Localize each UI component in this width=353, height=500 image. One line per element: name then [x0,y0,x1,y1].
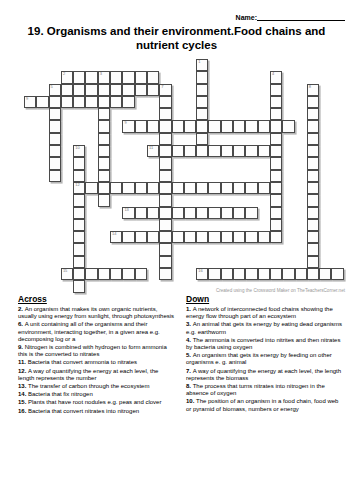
grid-cell[interactable] [49,157,61,169]
grid-cell[interactable] [172,182,184,194]
grid-cell[interactable] [221,268,233,280]
grid-cell[interactable] [110,268,122,280]
clue-number: 4 [272,72,274,76]
grid-cell[interactable] [159,256,171,268]
grid-cell[interactable] [122,71,134,83]
grid-cell[interactable]: 16 [196,268,208,280]
grid-cell[interactable]: 9 [24,96,36,108]
grid-cell[interactable] [73,207,85,219]
grid-cell[interactable] [270,182,282,194]
clue-item: 15. Plants that have root nodules e.g. p… [18,399,176,406]
grid-cell[interactable] [135,71,147,83]
grid-cell[interactable] [233,120,245,132]
clue-number: 13 [124,208,128,212]
grid-cell[interactable] [221,120,233,132]
grid-cell[interactable] [110,84,122,96]
grid-cell[interactable] [196,207,208,219]
grid-cell[interactable] [135,182,147,194]
clue-item: 16. Bacteria that convert nitrates into … [18,408,176,415]
grid-cell[interactable] [196,182,208,194]
grid-cell[interactable]: 8 [307,84,319,96]
grid-cell[interactable] [184,182,196,194]
grid-cell[interactable] [184,145,196,157]
grid-cell[interactable]: 3 [98,71,110,83]
grid-cell[interactable] [258,182,270,194]
grid-cell[interactable] [245,268,257,280]
grid-cell[interactable] [245,145,257,157]
grid-cell[interactable] [159,145,171,157]
grid-cell[interactable] [122,231,134,243]
grid-cell[interactable] [270,120,282,132]
grid-cell[interactable] [270,84,282,96]
grid-cell[interactable] [307,133,319,145]
grid-cell[interactable] [147,207,159,219]
grid-cell[interactable] [208,268,220,280]
clue-section: Across 2. An organism that makes its own… [18,294,344,416]
grid-cell[interactable] [208,182,220,194]
generator-caption: Created using the Crossword Maker on The… [0,288,345,293]
grid-cell[interactable] [282,120,294,132]
down-clues: Down 1. A network of interconnected food… [186,294,344,416]
grid-cell[interactable] [307,145,319,157]
name-row: Name: [236,13,345,21]
down-heading: Down [186,294,344,304]
grid-cell[interactable] [61,84,73,96]
grid-cell[interactable] [73,84,85,96]
grid-cell[interactable] [233,182,245,194]
grid-cell[interactable] [307,268,319,280]
clue-item: 10. The position of an organism in a foo… [186,398,344,412]
crossword-grid[interactable]: 12345789910111213141516 [24,59,344,293]
grid-cell[interactable] [73,194,85,206]
grid-cell[interactable] [307,170,319,182]
grid-cell[interactable] [98,120,110,132]
grid-cell[interactable] [196,145,208,157]
clue-item: 13. The transfer of carbon through the e… [18,383,176,390]
grid-cell[interactable] [233,207,245,219]
grid-cell[interactable] [85,182,97,194]
grid-cell[interactable] [159,207,171,219]
grid-cell[interactable] [98,145,110,157]
clue-number: 14 [112,232,116,236]
grid-cell[interactable] [61,96,73,108]
grid-cell[interactable] [307,243,319,255]
grid-cell[interactable] [258,120,270,132]
grid-cell[interactable] [98,108,110,120]
crossword-grid-wrap: 12345789910111213141516 [24,59,344,293]
grid-cell[interactable] [307,207,319,219]
grid-cell[interactable] [159,243,171,255]
grid-cell[interactable] [98,268,110,280]
grid-cell[interactable] [307,120,319,132]
grid-cell[interactable] [270,194,282,206]
grid-cell[interactable] [159,96,171,108]
grid-cell[interactable] [270,268,282,280]
grid-cell[interactable] [98,194,110,206]
clue-number: 15 [63,269,67,273]
grid-cell[interactable] [307,219,319,231]
grid-cell[interactable] [73,256,85,268]
grid-cell[interactable] [184,207,196,219]
grid-cell[interactable]: 5 [49,84,61,96]
clue-number: 1 [198,60,200,64]
grid-cell[interactable]: 15 [61,268,73,280]
clue-item: 12. A way of quantifying the energy at e… [18,368,176,382]
grid-cell[interactable] [135,268,147,280]
clue-item: 11. Bacteria that convert ammonia to nit… [18,359,176,366]
grid-cell[interactable] [85,71,97,83]
grid-cell[interactable] [307,231,319,243]
grid-cell[interactable]: 14 [110,231,122,243]
clue-number: 9 [26,97,28,101]
grid-cell[interactable] [270,157,282,169]
grid-cell[interactable] [270,170,282,182]
grid-cell[interactable] [159,120,171,132]
grid-cell[interactable]: 13 [122,207,134,219]
grid-cell[interactable] [135,231,147,243]
grid-cell[interactable] [307,157,319,169]
grid-cell[interactable] [159,231,171,243]
grid-cell[interactable] [85,84,97,96]
clue-item: 7. A way of quantifying the energy at ea… [186,368,344,382]
grid-cell[interactable] [295,268,307,280]
clue-item: 14. Bacteria that fix nitrogen [18,391,176,398]
grid-cell[interactable]: 11 [147,145,159,157]
grid-cell[interactable] [159,219,171,231]
grid-cell[interactable] [233,145,245,157]
grid-cell[interactable] [98,96,110,108]
grid-cell[interactable] [221,231,233,243]
grid-cell[interactable] [208,145,220,157]
grid-cell[interactable] [208,120,220,132]
grid-cell[interactable] [49,108,61,120]
name-field[interactable] [257,13,345,21]
grid-cell[interactable] [258,145,270,157]
grid-cell[interactable] [110,182,122,194]
grid-cell[interactable] [49,120,61,132]
grid-cell[interactable] [135,207,147,219]
grid-cell[interactable] [49,145,61,157]
grid-cell[interactable]: 1 [196,59,208,71]
grid-cell[interactable] [270,207,282,219]
grid-cell[interactable] [122,268,134,280]
grid-cell[interactable] [282,268,294,280]
grid-cell[interactable] [208,231,220,243]
grid-cell[interactable] [159,182,171,194]
name-label: Name: [236,14,257,21]
grid-cell[interactable] [98,182,110,194]
grid-cell[interactable] [98,84,110,96]
clue-number: 12 [75,183,79,187]
grid-cell[interactable] [159,108,171,120]
grid-cell[interactable] [85,268,97,280]
grid-cell[interactable] [73,96,85,108]
grid-cell[interactable] [184,120,196,132]
across-heading: Across [18,294,176,304]
grid-cell[interactable] [36,96,48,108]
grid-cell[interactable] [122,182,134,194]
grid-cell[interactable] [110,96,122,108]
grid-cell[interactable] [147,84,159,96]
grid-cell[interactable] [98,133,110,145]
grid-cell[interactable] [319,268,331,280]
grid-cell[interactable] [245,120,257,132]
grid-cell[interactable] [270,133,282,145]
grid-cell[interactable] [73,219,85,231]
grid-cell[interactable] [270,231,282,243]
clue-number: 5 [51,85,53,89]
grid-cell[interactable] [159,157,171,169]
grid-cell[interactable]: 12 [73,182,85,194]
grid-cell[interactable] [196,84,208,96]
grid-cell[interactable] [49,170,61,182]
clue-number: 7 [161,85,163,89]
grid-cell[interactable] [196,120,208,132]
grid-cell[interactable] [208,207,220,219]
clue-number: 8 [309,85,311,89]
clue-item: 1. A network of interconnected food chai… [186,306,344,320]
down-list: 1. A network of interconnected food chai… [186,306,344,413]
grid-cell[interactable] [122,84,134,96]
grid-cell[interactable]: 7 [159,84,171,96]
grid-cell[interactable]: 9 [122,120,134,132]
grid-cell[interactable] [196,133,208,145]
grid-cell[interactable] [184,231,196,243]
clue-item: 3. An animal that gets its energy by eat… [186,321,344,335]
grid-cell[interactable] [245,182,257,194]
grid-cell[interactable] [196,96,208,108]
grid-cell[interactable] [196,231,208,243]
grid-cell[interactable] [73,268,85,280]
grid-cell[interactable] [258,268,270,280]
grid-cell[interactable] [73,71,85,83]
grid-cell[interactable] [172,207,184,219]
grid-cell[interactable] [147,120,159,132]
grid-cell[interactable] [270,219,282,231]
grid-cell[interactable] [270,96,282,108]
grid-cell[interactable] [98,170,110,182]
grid-cell[interactable] [245,231,257,243]
grid-cell[interactable] [159,268,171,280]
clue-number: 9 [124,121,126,125]
grid-cell[interactable] [159,194,171,206]
grid-cell[interactable] [147,182,159,194]
grid-cell[interactable] [73,170,85,182]
grid-cell[interactable] [196,71,208,83]
grid-cell[interactable] [307,256,319,268]
grid-cell[interactable] [159,170,171,182]
clue-item: 8. The process that turns nitrates into … [186,383,344,397]
grid-cell[interactable] [73,243,85,255]
grid-cell[interactable] [135,84,147,96]
grid-cell[interactable] [270,145,282,157]
grid-cell[interactable] [331,268,343,280]
page-title: 19. Organisms and their environment.Food… [10,24,343,52]
grid-cell[interactable] [73,231,85,243]
grid-cell[interactable] [221,207,233,219]
grid-cell[interactable] [307,194,319,206]
grid-cell[interactable] [122,96,134,108]
grid-cell[interactable] [147,231,159,243]
clue-number: 16 [198,269,202,273]
grid-cell[interactable] [233,231,245,243]
grid-cell[interactable]: 2 [61,71,73,83]
grid-cell[interactable] [270,108,282,120]
grid-cell[interactable] [172,231,184,243]
clue-item: 4. The ammonia is converted into nitrite… [186,337,344,351]
clue-number: 10 [75,146,79,150]
grid-cell[interactable] [196,108,208,120]
grid-cell[interactable] [73,157,85,169]
worksheet-page: { "header": { "name_label": "Name:", "ti… [0,0,353,500]
clue-number: 2 [63,72,65,76]
grid-cell[interactable] [258,231,270,243]
grid-cell[interactable] [49,96,61,108]
grid-cell[interactable] [135,120,147,132]
grid-cell[interactable] [85,96,97,108]
grid-cell[interactable] [245,207,257,219]
grid-cell[interactable] [172,145,184,157]
across-clues: Across 2. An organism that makes its own… [18,294,176,416]
grid-cell[interactable] [307,96,319,108]
grid-cell[interactable] [307,182,319,194]
clue-item: 6. A unit containing all of the organism… [18,321,176,343]
clue-item: 9. Nitrogen is combined with hydrogen to… [18,344,176,358]
grid-cell[interactable] [49,133,61,145]
clue-number: 3 [100,72,102,76]
grid-cell[interactable] [172,120,184,132]
grid-cell[interactable] [233,268,245,280]
grid-cell[interactable] [110,71,122,83]
grid-cell[interactable] [307,108,319,120]
grid-cell[interactable]: 4 [270,71,282,83]
grid-cell[interactable] [221,145,233,157]
grid-cell[interactable]: 10 [73,145,85,157]
clue-number: 11 [149,146,153,150]
grid-cell[interactable] [221,182,233,194]
clue-item: 5. An organism that gets its energy by f… [186,352,344,366]
grid-cell[interactable] [147,71,159,83]
grid-cell[interactable] [98,157,110,169]
clue-item: 2. An organism that makes its own organi… [18,306,176,320]
across-list: 2. An organism that makes its own organi… [18,306,176,415]
grid-cell[interactable] [159,133,171,145]
